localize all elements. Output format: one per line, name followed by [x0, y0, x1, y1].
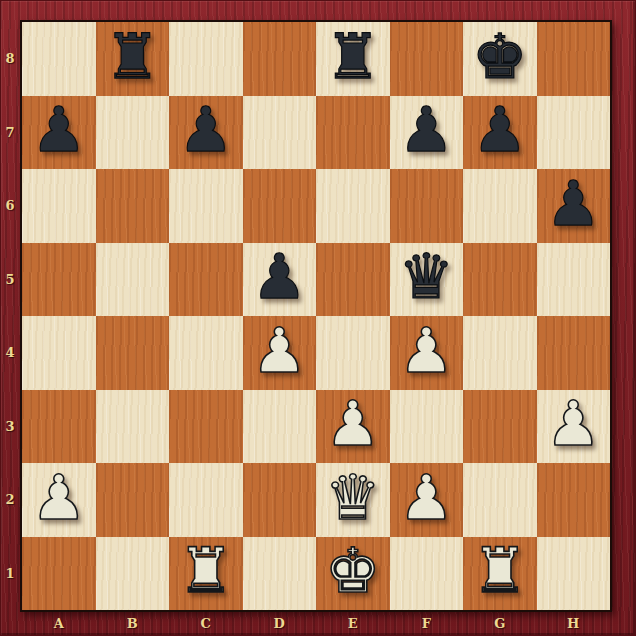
- square-c6[interactable]: [169, 169, 243, 243]
- square-d4[interactable]: ♟: [243, 316, 317, 390]
- square-b2[interactable]: [96, 463, 170, 537]
- square-h5[interactable]: [537, 243, 611, 317]
- square-e5[interactable]: [316, 243, 390, 317]
- rank-label-6: 6: [0, 169, 20, 243]
- piece-white-pawn[interactable]: ♟: [251, 320, 307, 382]
- square-e2[interactable]: ♛: [316, 463, 390, 537]
- piece-black-queen[interactable]: ♛: [398, 246, 454, 308]
- piece-black-pawn[interactable]: ♟: [545, 173, 601, 235]
- piece-black-rook[interactable]: ♜: [325, 26, 381, 88]
- piece-white-pawn[interactable]: ♟: [31, 467, 87, 529]
- piece-white-king[interactable]: ♚: [325, 540, 381, 602]
- square-f2[interactable]: ♟: [390, 463, 464, 537]
- square-b3[interactable]: [96, 390, 170, 464]
- square-g8[interactable]: ♚: [463, 22, 537, 96]
- rank-label-8: 8: [0, 22, 20, 96]
- square-f3[interactable]: [390, 390, 464, 464]
- rank-label-1: 1: [0, 537, 20, 611]
- square-h6[interactable]: ♟: [537, 169, 611, 243]
- file-label-c: C: [169, 611, 243, 636]
- rank-label-3: 3: [0, 390, 20, 464]
- square-b8[interactable]: ♜: [96, 22, 170, 96]
- square-c5[interactable]: [169, 243, 243, 317]
- board-frame: 87654321 ♜♜♚♟♟♟♟♟♟♛♟♟♟♟♟♛♟♜♚♜ ABCDEFGH: [0, 0, 636, 636]
- square-b7[interactable]: [96, 96, 170, 170]
- square-g1[interactable]: ♜: [463, 537, 537, 611]
- square-e6[interactable]: [316, 169, 390, 243]
- square-g5[interactable]: [463, 243, 537, 317]
- square-c2[interactable]: [169, 463, 243, 537]
- piece-black-rook[interactable]: ♜: [104, 26, 160, 88]
- square-e3[interactable]: ♟: [316, 390, 390, 464]
- file-label-d: D: [243, 611, 317, 636]
- file-label-f: F: [390, 611, 464, 636]
- square-f4[interactable]: ♟: [390, 316, 464, 390]
- square-f7[interactable]: ♟: [390, 96, 464, 170]
- square-a3[interactable]: [22, 390, 96, 464]
- square-a6[interactable]: [22, 169, 96, 243]
- piece-white-queen[interactable]: ♛: [325, 467, 381, 529]
- square-g3[interactable]: [463, 390, 537, 464]
- square-c3[interactable]: [169, 390, 243, 464]
- square-h8[interactable]: [537, 22, 611, 96]
- square-d7[interactable]: [243, 96, 317, 170]
- piece-black-king[interactable]: ♚: [472, 26, 528, 88]
- rank-label-2: 2: [0, 463, 20, 537]
- chess-board[interactable]: ♜♜♚♟♟♟♟♟♟♛♟♟♟♟♟♛♟♜♚♜: [20, 20, 612, 612]
- square-c7[interactable]: ♟: [169, 96, 243, 170]
- piece-white-pawn[interactable]: ♟: [545, 393, 601, 455]
- square-d5[interactable]: ♟: [243, 243, 317, 317]
- file-label-g: G: [463, 611, 537, 636]
- square-b5[interactable]: [96, 243, 170, 317]
- square-g4[interactable]: [463, 316, 537, 390]
- square-a4[interactable]: [22, 316, 96, 390]
- piece-black-pawn[interactable]: ♟: [31, 99, 87, 161]
- file-label-h: H: [537, 611, 611, 636]
- square-a7[interactable]: ♟: [22, 96, 96, 170]
- square-b4[interactable]: [96, 316, 170, 390]
- square-b1[interactable]: [96, 537, 170, 611]
- square-d6[interactable]: [243, 169, 317, 243]
- square-e4[interactable]: [316, 316, 390, 390]
- square-h1[interactable]: [537, 537, 611, 611]
- square-h7[interactable]: [537, 96, 611, 170]
- file-label-a: A: [22, 611, 96, 636]
- square-c4[interactable]: [169, 316, 243, 390]
- square-d3[interactable]: [243, 390, 317, 464]
- file-labels: ABCDEFGH: [22, 611, 610, 636]
- file-label-e: E: [316, 611, 390, 636]
- square-h4[interactable]: [537, 316, 611, 390]
- piece-white-rook[interactable]: ♜: [472, 540, 528, 602]
- square-a5[interactable]: [22, 243, 96, 317]
- piece-white-pawn[interactable]: ♟: [325, 393, 381, 455]
- square-b6[interactable]: [96, 169, 170, 243]
- square-c1[interactable]: ♜: [169, 537, 243, 611]
- square-f8[interactable]: [390, 22, 464, 96]
- square-d8[interactable]: [243, 22, 317, 96]
- square-g2[interactable]: [463, 463, 537, 537]
- square-g7[interactable]: ♟: [463, 96, 537, 170]
- square-f1[interactable]: [390, 537, 464, 611]
- piece-black-pawn[interactable]: ♟: [251, 246, 307, 308]
- square-h2[interactable]: [537, 463, 611, 537]
- square-e7[interactable]: [316, 96, 390, 170]
- square-h3[interactable]: ♟: [537, 390, 611, 464]
- piece-black-pawn[interactable]: ♟: [178, 99, 234, 161]
- square-d2[interactable]: [243, 463, 317, 537]
- square-a1[interactable]: [22, 537, 96, 611]
- piece-black-pawn[interactable]: ♟: [398, 99, 454, 161]
- square-a8[interactable]: [22, 22, 96, 96]
- piece-white-pawn[interactable]: ♟: [398, 467, 454, 529]
- rank-label-5: 5: [0, 243, 20, 317]
- piece-white-pawn[interactable]: ♟: [398, 320, 454, 382]
- square-e8[interactable]: ♜: [316, 22, 390, 96]
- square-c8[interactable]: [169, 22, 243, 96]
- square-d1[interactable]: [243, 537, 317, 611]
- piece-white-rook[interactable]: ♜: [178, 540, 234, 602]
- square-f5[interactable]: ♛: [390, 243, 464, 317]
- square-e1[interactable]: ♚: [316, 537, 390, 611]
- rank-label-4: 4: [0, 316, 20, 390]
- file-label-b: B: [96, 611, 170, 636]
- square-a2[interactable]: ♟: [22, 463, 96, 537]
- square-g6[interactable]: [463, 169, 537, 243]
- rank-labels: 87654321: [0, 22, 20, 610]
- piece-black-pawn[interactable]: ♟: [472, 99, 528, 161]
- square-f6[interactable]: [390, 169, 464, 243]
- rank-label-7: 7: [0, 96, 20, 170]
